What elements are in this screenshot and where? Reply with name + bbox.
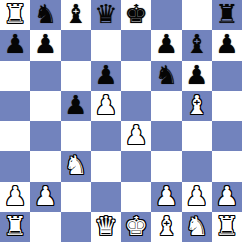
square-b4[interactable] (30, 121, 60, 151)
piece-white-bishop-f1[interactable]: ♝ (155, 212, 178, 241)
square-c3[interactable]: ♞ (61, 151, 91, 181)
piece-black-king-e8[interactable]: ♚ (124, 0, 147, 29)
square-f8[interactable] (151, 0, 181, 30)
piece-white-pawn-a2[interactable]: ♟ (3, 182, 26, 211)
square-h4[interactable] (212, 121, 242, 151)
square-b7[interactable]: ♟ (30, 30, 60, 60)
piece-white-pawn-e4[interactable]: ♟ (124, 121, 147, 150)
square-c4[interactable] (61, 121, 91, 151)
square-b3[interactable] (30, 151, 60, 181)
square-c6[interactable] (61, 61, 91, 91)
square-f4[interactable] (151, 121, 181, 151)
square-e8[interactable]: ♚ (121, 0, 151, 30)
square-g8[interactable] (182, 0, 212, 30)
square-c2[interactable] (61, 182, 91, 212)
square-a6[interactable] (0, 61, 30, 91)
piece-black-pawn-d6[interactable]: ♟ (94, 61, 117, 90)
piece-black-queen-d8[interactable]: ♛ (94, 0, 117, 29)
square-c5[interactable]: ♟ (61, 91, 91, 121)
square-d8[interactable]: ♛ (91, 0, 121, 30)
square-d2[interactable] (91, 182, 121, 212)
square-d6[interactable]: ♟ (91, 61, 121, 91)
square-b6[interactable] (30, 61, 60, 91)
piece-white-rook-h1[interactable]: ♜ (215, 212, 238, 241)
piece-black-pawn-b7[interactable]: ♟ (34, 30, 57, 59)
square-e2[interactable] (121, 182, 151, 212)
square-d4[interactable] (91, 121, 121, 151)
square-a7[interactable]: ♟ (0, 30, 30, 60)
square-c8[interactable]: ♝ (61, 0, 91, 30)
piece-black-pawn-c5[interactable]: ♟ (64, 91, 87, 120)
piece-white-knight-c3[interactable]: ♞ (64, 151, 87, 180)
square-d3[interactable] (91, 151, 121, 181)
piece-black-bishop-g7[interactable]: ♝ (185, 30, 208, 59)
square-a3[interactable] (0, 151, 30, 181)
piece-white-rook-a8[interactable]: ♜ (3, 0, 26, 29)
square-d5[interactable]: ♟ (91, 91, 121, 121)
square-g2[interactable]: ♟ (182, 182, 212, 212)
square-e3[interactable] (121, 151, 151, 181)
piece-white-queen-d1[interactable]: ♛ (94, 212, 117, 241)
square-b1[interactable] (30, 212, 60, 242)
piece-black-pawn-a7[interactable]: ♟ (3, 30, 26, 59)
square-e5[interactable] (121, 91, 151, 121)
square-e4[interactable]: ♟ (121, 121, 151, 151)
square-f3[interactable] (151, 151, 181, 181)
square-d1[interactable]: ♛ (91, 212, 121, 242)
square-g3[interactable] (182, 151, 212, 181)
square-f1[interactable]: ♝ (151, 212, 181, 242)
square-g5[interactable]: ♝ (182, 91, 212, 121)
piece-white-king-e1[interactable]: ♚ (124, 212, 147, 241)
square-g1[interactable]: ♞ (182, 212, 212, 242)
piece-white-pawn-f2[interactable]: ♟ (155, 182, 178, 211)
square-f2[interactable]: ♟ (151, 182, 181, 212)
piece-black-bishop-c8[interactable]: ♝ (64, 0, 87, 29)
chess-board: ♜♞♝♛♚♜♟♟♟♝♟♟♞♟♟♟♝♟♞♟♟♟♟♟♜♛♚♝♞♜ (0, 0, 242, 242)
square-f7[interactable]: ♟ (151, 30, 181, 60)
square-g6[interactable]: ♟ (182, 61, 212, 91)
square-f5[interactable] (151, 91, 181, 121)
piece-black-rook-h8[interactable]: ♜ (215, 0, 238, 29)
piece-white-bishop-g5[interactable]: ♝ (185, 91, 208, 120)
square-f6[interactable]: ♞ (151, 61, 181, 91)
piece-white-pawn-g2[interactable]: ♟ (185, 182, 208, 211)
piece-black-knight-b8[interactable]: ♞ (34, 0, 57, 29)
square-h1[interactable]: ♜ (212, 212, 242, 242)
square-h7[interactable]: ♟ (212, 30, 242, 60)
square-c1[interactable] (61, 212, 91, 242)
square-e6[interactable] (121, 61, 151, 91)
piece-black-pawn-h7[interactable]: ♟ (215, 30, 238, 59)
square-g7[interactable]: ♝ (182, 30, 212, 60)
square-a8[interactable]: ♜ (0, 0, 30, 30)
square-g4[interactable] (182, 121, 212, 151)
square-h5[interactable] (212, 91, 242, 121)
square-c7[interactable] (61, 30, 91, 60)
piece-white-pawn-h2[interactable]: ♟ (215, 182, 238, 211)
square-h2[interactable]: ♟ (212, 182, 242, 212)
square-a4[interactable] (0, 121, 30, 151)
piece-white-knight-g1[interactable]: ♞ (185, 212, 208, 241)
piece-black-knight-f6[interactable]: ♞ (155, 61, 178, 90)
square-d7[interactable] (91, 30, 121, 60)
square-h6[interactable] (212, 61, 242, 91)
piece-black-pawn-f7[interactable]: ♟ (155, 30, 178, 59)
piece-black-pawn-g6[interactable]: ♟ (185, 61, 208, 90)
square-a5[interactable] (0, 91, 30, 121)
square-a2[interactable]: ♟ (0, 182, 30, 212)
piece-white-pawn-d5[interactable]: ♟ (94, 91, 117, 120)
square-e1[interactable]: ♚ (121, 212, 151, 242)
piece-white-rook-a1[interactable]: ♜ (3, 212, 26, 241)
square-b5[interactable] (30, 91, 60, 121)
square-b2[interactable]: ♟ (30, 182, 60, 212)
square-h3[interactable] (212, 151, 242, 181)
square-b8[interactable]: ♞ (30, 0, 60, 30)
square-h8[interactable]: ♜ (212, 0, 242, 30)
piece-white-pawn-b2[interactable]: ♟ (34, 182, 57, 211)
square-a1[interactable]: ♜ (0, 212, 30, 242)
square-e7[interactable] (121, 30, 151, 60)
